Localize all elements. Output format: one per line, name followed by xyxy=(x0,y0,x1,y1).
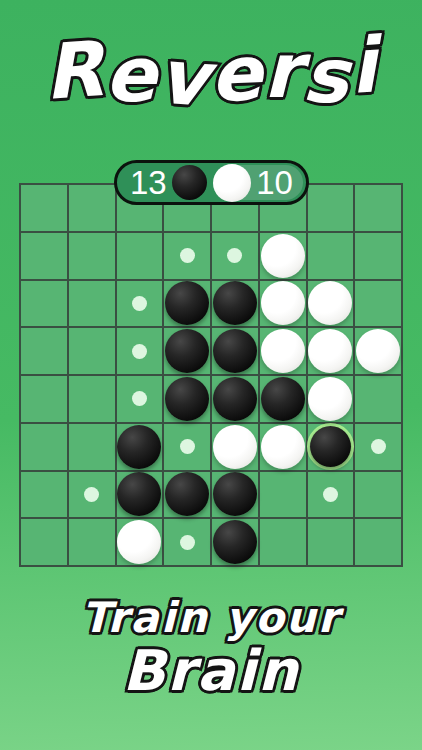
board-cell[interactable] xyxy=(117,519,163,565)
black-disc xyxy=(117,472,161,516)
black-disc-icon xyxy=(172,165,207,200)
board-cell[interactable] xyxy=(260,281,306,327)
board-cell[interactable] xyxy=(21,519,67,565)
board-cell[interactable] xyxy=(212,233,258,279)
black-disc xyxy=(165,281,209,325)
reversi-board[interactable] xyxy=(19,183,403,567)
legal-move-hint-dot xyxy=(180,535,195,550)
board-cell[interactable] xyxy=(164,376,210,422)
board-cell[interactable] xyxy=(260,376,306,422)
black-disc xyxy=(165,329,209,373)
white-disc xyxy=(308,281,352,325)
tagline-line-2: Brain xyxy=(0,642,422,701)
black-disc xyxy=(213,520,257,564)
board-cell[interactable] xyxy=(308,376,354,422)
board-cell[interactable] xyxy=(117,424,163,470)
black-score: 13 xyxy=(130,166,167,199)
board-cell[interactable] xyxy=(69,328,115,374)
board-cell[interactable] xyxy=(117,472,163,518)
title-letter: e xyxy=(105,33,159,117)
board-cell[interactable] xyxy=(355,519,401,565)
board-cell[interactable] xyxy=(164,328,210,374)
black-disc xyxy=(213,329,257,373)
white-score: 10 xyxy=(256,166,293,199)
white-disc-icon xyxy=(213,164,251,202)
board-cell[interactable] xyxy=(21,424,67,470)
legal-move-hint-dot xyxy=(132,391,147,406)
black-disc xyxy=(213,472,257,516)
app-title: Reversi xyxy=(0,28,422,112)
title-letter: i xyxy=(347,23,381,108)
title-letter: r xyxy=(263,29,302,113)
board-cell[interactable] xyxy=(355,233,401,279)
black-disc xyxy=(165,472,209,516)
board-cell[interactable] xyxy=(308,519,354,565)
title-letter: R xyxy=(41,27,107,115)
white-disc xyxy=(261,234,305,278)
board-cell[interactable] xyxy=(355,376,401,422)
board-cell[interactable] xyxy=(21,281,67,327)
tagline: Train your Brain xyxy=(0,594,422,701)
board-cell[interactable] xyxy=(260,424,306,470)
board-cell[interactable] xyxy=(164,281,210,327)
board-cell[interactable] xyxy=(69,472,115,518)
board-cell[interactable] xyxy=(117,233,163,279)
white-disc xyxy=(261,329,305,373)
board-cell[interactable] xyxy=(69,233,115,279)
black-disc xyxy=(213,281,257,325)
white-disc xyxy=(308,329,352,373)
board-cell[interactable] xyxy=(164,233,210,279)
board-cell[interactable] xyxy=(308,472,354,518)
title-letter: e xyxy=(208,31,264,116)
black-disc xyxy=(261,377,305,421)
white-disc xyxy=(117,520,161,564)
board-cell[interactable] xyxy=(212,376,258,422)
legal-move-hint-dot xyxy=(371,439,386,454)
board-cell[interactable] xyxy=(21,376,67,422)
board-cell[interactable] xyxy=(308,424,354,470)
board-cell[interactable] xyxy=(69,376,115,422)
board-cell[interactable] xyxy=(21,328,67,374)
legal-move-hint-dot xyxy=(323,487,338,502)
legal-move-hint-dot xyxy=(132,296,147,311)
title-letter: s xyxy=(301,33,353,119)
tagline-line-1: Train your xyxy=(0,594,422,642)
board-cell[interactable] xyxy=(260,519,306,565)
black-disc xyxy=(165,377,209,421)
legal-move-hint-dot xyxy=(180,248,195,263)
board-cell[interactable] xyxy=(117,328,163,374)
board-cell[interactable] xyxy=(117,376,163,422)
board-cell[interactable] xyxy=(355,424,401,470)
board-cell[interactable] xyxy=(212,328,258,374)
board-cell[interactable] xyxy=(21,233,67,279)
board-cell[interactable] xyxy=(69,185,115,231)
board-cell[interactable] xyxy=(69,519,115,565)
board-cell[interactable] xyxy=(212,281,258,327)
board-cell[interactable] xyxy=(69,281,115,327)
board-cell[interactable] xyxy=(21,472,67,518)
board-cell[interactable] xyxy=(308,328,354,374)
white-disc xyxy=(308,377,352,421)
board-cell[interactable] xyxy=(117,281,163,327)
legal-move-hint-dot xyxy=(180,439,195,454)
board-cell[interactable] xyxy=(308,233,354,279)
scoreboard: 13 10 xyxy=(114,160,309,205)
board-cell[interactable] xyxy=(69,424,115,470)
board-cell[interactable] xyxy=(308,185,354,231)
board-cell[interactable] xyxy=(21,185,67,231)
app-screen: Reversi 13 10 Train your Brain xyxy=(0,0,422,750)
board-cell[interactable] xyxy=(355,472,401,518)
legal-move-hint-dot xyxy=(227,248,242,263)
white-disc xyxy=(213,425,257,469)
board-cell[interactable] xyxy=(164,519,210,565)
legal-move-hint-dot xyxy=(84,487,99,502)
black-disc xyxy=(117,425,161,469)
board-cell[interactable] xyxy=(355,185,401,231)
board-cell[interactable] xyxy=(164,472,210,518)
title-letter: v xyxy=(155,34,212,121)
white-disc xyxy=(356,329,400,373)
board-cell[interactable] xyxy=(260,233,306,279)
board-cell[interactable] xyxy=(212,424,258,470)
white-disc xyxy=(261,425,305,469)
board-cell[interactable] xyxy=(308,281,354,327)
board-cell[interactable] xyxy=(164,424,210,470)
black-disc xyxy=(213,377,257,421)
board-cell[interactable] xyxy=(212,519,258,565)
board-cell[interactable] xyxy=(212,472,258,518)
board-cell[interactable] xyxy=(260,472,306,518)
legal-move-hint-dot xyxy=(132,344,147,359)
board-cell[interactable] xyxy=(355,328,401,374)
black-disc xyxy=(310,426,351,467)
board-cell[interactable] xyxy=(355,281,401,327)
board-cell[interactable] xyxy=(260,328,306,374)
white-disc xyxy=(261,281,305,325)
